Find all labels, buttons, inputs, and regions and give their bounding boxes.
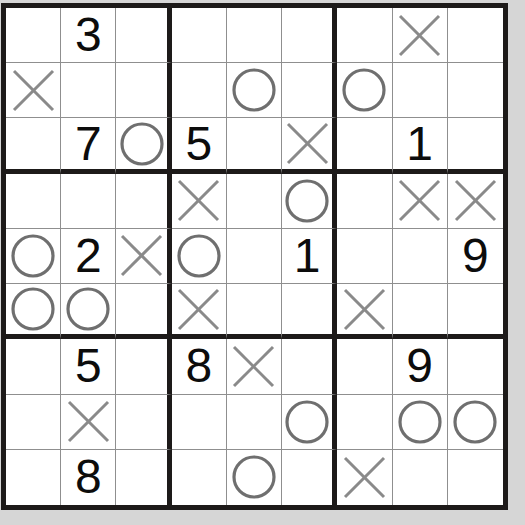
given-digit: 5 — [185, 120, 212, 168]
cell-r8c9[interactable] — [448, 395, 503, 450]
o-mark-icon — [65, 286, 111, 332]
cell-r5c8[interactable] — [393, 229, 448, 284]
cell-r1c3[interactable] — [116, 8, 171, 63]
cell-r1c9[interactable] — [448, 8, 503, 63]
cell-r7c6[interactable] — [282, 339, 337, 394]
o-mark-icon — [10, 286, 56, 332]
cell-r5c1[interactable] — [6, 229, 61, 284]
cell-r4c7[interactable] — [337, 174, 392, 229]
x-mark-icon — [453, 178, 498, 223]
cell-r3c6[interactable] — [282, 118, 337, 173]
cell-r6c5[interactable] — [227, 284, 282, 339]
cell-r6c4[interactable] — [172, 284, 227, 339]
cell-r3c2[interactable]: 7 — [61, 118, 116, 173]
given-digit: 9 — [406, 342, 433, 390]
cell-r1c6[interactable] — [282, 8, 337, 63]
x-mark-icon — [231, 344, 276, 389]
cell-r7c5[interactable] — [227, 339, 282, 394]
cell-r6c6[interactable] — [282, 284, 337, 339]
cell-r9c5[interactable] — [227, 450, 282, 505]
cell-r3c4[interactable]: 5 — [172, 118, 227, 173]
sudoku-board: 37512195898 — [1, 3, 508, 510]
cell-r7c8[interactable]: 9 — [393, 339, 448, 394]
x-mark-icon — [176, 178, 221, 223]
x-mark-icon — [342, 287, 387, 332]
cell-r6c8[interactable] — [393, 284, 448, 339]
x-mark-icon — [176, 287, 221, 332]
cell-r9c9[interactable] — [448, 450, 503, 505]
cell-r4c4[interactable] — [172, 174, 227, 229]
cell-r4c9[interactable] — [448, 174, 503, 229]
cell-r4c2[interactable] — [61, 174, 116, 229]
cell-r3c7[interactable] — [337, 118, 392, 173]
cell-r2c1[interactable] — [6, 63, 61, 118]
cell-r8c1[interactable] — [6, 395, 61, 450]
cell-r2c8[interactable] — [393, 63, 448, 118]
o-mark-icon — [10, 233, 56, 279]
cell-r6c7[interactable] — [337, 284, 392, 339]
x-mark-icon — [66, 399, 111, 444]
o-mark-icon — [341, 67, 387, 113]
cell-r2c9[interactable] — [448, 63, 503, 118]
cell-r3c3[interactable] — [116, 118, 171, 173]
cell-r8c3[interactable] — [116, 395, 171, 450]
cell-r4c6[interactable] — [282, 174, 337, 229]
cell-r3c9[interactable] — [448, 118, 503, 173]
cell-r5c2[interactable]: 2 — [61, 229, 116, 284]
given-digit: 9 — [462, 232, 489, 280]
cell-r2c4[interactable] — [172, 63, 227, 118]
cell-r1c2[interactable]: 3 — [61, 8, 116, 63]
given-digit: 8 — [75, 453, 102, 501]
given-digit: 3 — [75, 11, 102, 59]
given-digit: 5 — [75, 342, 102, 390]
o-mark-icon — [231, 454, 277, 500]
cell-r6c3[interactable] — [116, 284, 171, 339]
o-mark-icon — [452, 399, 498, 445]
cell-r9c6[interactable] — [282, 450, 337, 505]
x-mark-icon — [397, 178, 442, 223]
cell-r8c6[interactable] — [282, 395, 337, 450]
cell-r9c1[interactable] — [6, 450, 61, 505]
cell-r5c6[interactable]: 1 — [282, 229, 337, 284]
given-digit: 1 — [294, 232, 321, 280]
cell-r5c3[interactable] — [116, 229, 171, 284]
cell-r8c4[interactable] — [172, 395, 227, 450]
cell-r8c2[interactable] — [61, 395, 116, 450]
cell-r4c3[interactable] — [116, 174, 171, 229]
cell-r9c3[interactable] — [116, 450, 171, 505]
cell-r7c9[interactable] — [448, 339, 503, 394]
cell-r6c9[interactable] — [448, 284, 503, 339]
o-mark-icon — [284, 178, 330, 224]
cell-r9c7[interactable] — [337, 450, 392, 505]
cell-r3c8[interactable]: 1 — [393, 118, 448, 173]
cell-r5c7[interactable] — [337, 229, 392, 284]
cell-r7c3[interactable] — [116, 339, 171, 394]
cell-r1c4[interactable] — [172, 8, 227, 63]
cell-r2c7[interactable] — [337, 63, 392, 118]
cell-r9c4[interactable] — [172, 450, 227, 505]
o-mark-icon — [284, 399, 330, 445]
o-mark-icon — [397, 399, 443, 445]
cell-r4c5[interactable] — [227, 174, 282, 229]
cell-r2c2[interactable] — [61, 63, 116, 118]
cell-r2c3[interactable] — [116, 63, 171, 118]
cell-r1c5[interactable] — [227, 8, 282, 63]
cell-r1c7[interactable] — [337, 8, 392, 63]
cell-r7c4[interactable]: 8 — [172, 339, 227, 394]
cell-r7c2[interactable]: 5 — [61, 339, 116, 394]
x-mark-icon — [342, 455, 387, 500]
cell-r2c5[interactable] — [227, 63, 282, 118]
given-digit: 2 — [75, 232, 102, 280]
cell-r3c5[interactable] — [227, 118, 282, 173]
cell-r7c1[interactable] — [6, 339, 61, 394]
cell-r6c1[interactable] — [6, 284, 61, 339]
cell-r1c8[interactable] — [393, 8, 448, 63]
cell-r8c8[interactable] — [393, 395, 448, 450]
cell-r6c2[interactable] — [61, 284, 116, 339]
cell-r5c5[interactable] — [227, 229, 282, 284]
given-digit: 8 — [185, 342, 212, 390]
x-mark-icon — [11, 68, 56, 113]
cell-r3c1[interactable] — [6, 118, 61, 173]
o-mark-icon — [231, 67, 277, 113]
cell-r2c6[interactable] — [282, 63, 337, 118]
cell-r4c8[interactable] — [393, 174, 448, 229]
cell-r9c2[interactable]: 8 — [61, 450, 116, 505]
cell-r7c7[interactable] — [337, 339, 392, 394]
cell-r5c4[interactable] — [172, 229, 227, 284]
given-digit: 7 — [75, 120, 102, 168]
cell-r1c1[interactable] — [6, 8, 61, 63]
x-mark-icon — [397, 13, 442, 58]
o-mark-icon — [176, 233, 222, 279]
x-mark-icon — [285, 121, 330, 166]
cell-r8c7[interactable] — [337, 395, 392, 450]
cell-r8c5[interactable] — [227, 395, 282, 450]
cell-r4c1[interactable] — [6, 174, 61, 229]
cell-r9c8[interactable] — [393, 450, 448, 505]
x-mark-icon — [119, 233, 164, 278]
given-digit: 1 — [406, 120, 433, 168]
o-mark-icon — [119, 121, 165, 167]
cell-r5c9[interactable]: 9 — [448, 229, 503, 284]
